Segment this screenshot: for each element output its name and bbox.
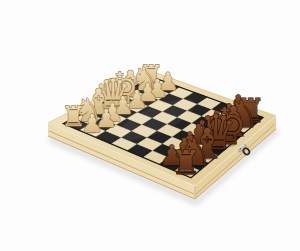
piece-white-p-a2: ♟ [81,109,103,138]
piece-brown-r-a8: ♜ [171,144,200,182]
chess-set-photo: ♜♟♞♝♟♟♚♛♟♝♟♟♞♟♜♟♜♟♞♟♟♝♟♟♚♛♟♝♟♞♟♜ [0,0,300,251]
chess-set-scene: ♜♟♞♝♟♟♚♛♟♝♟♟♞♟♜♟♜♟♞♟♟♝♟♟♚♛♟♝♟♞♟♜ [0,0,300,251]
